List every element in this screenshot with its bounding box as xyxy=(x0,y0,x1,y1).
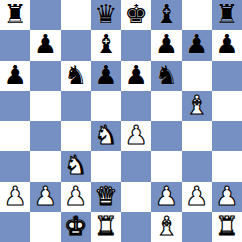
square-a5[interactable] xyxy=(0,91,30,121)
square-f3[interactable] xyxy=(151,151,181,181)
white-pawn-icon[interactable]: ♟ xyxy=(3,183,26,209)
square-b1[interactable] xyxy=(30,212,60,242)
white-bishop-icon[interactable]: ♝ xyxy=(155,213,178,239)
white-knight-icon[interactable]: ♞ xyxy=(64,152,87,178)
square-f1[interactable]: ♝ xyxy=(151,212,181,242)
square-f2[interactable]: ♟ xyxy=(151,182,181,212)
white-pawn-icon[interactable]: ♟ xyxy=(124,122,147,148)
square-a7[interactable] xyxy=(0,30,30,60)
black-knight-icon[interactable]: ♞ xyxy=(64,62,87,88)
square-g2[interactable]: ♟ xyxy=(182,182,212,212)
square-e2[interactable] xyxy=(121,182,151,212)
square-h3[interactable] xyxy=(212,151,242,181)
white-rook-icon[interactable]: ♜ xyxy=(215,213,238,239)
black-bishop-icon[interactable]: ♝ xyxy=(94,31,117,57)
black-pawn-icon[interactable]: ♟ xyxy=(3,62,26,88)
square-c2[interactable]: ♟ xyxy=(61,182,91,212)
square-e1[interactable] xyxy=(121,212,151,242)
square-b2[interactable]: ♟ xyxy=(30,182,60,212)
square-f8[interactable]: ♝ xyxy=(151,0,181,30)
square-c4[interactable] xyxy=(61,121,91,151)
square-h1[interactable]: ♜ xyxy=(212,212,242,242)
square-a4[interactable] xyxy=(0,121,30,151)
black-knight-icon[interactable]: ♞ xyxy=(155,62,178,88)
white-rook-icon[interactable]: ♜ xyxy=(94,213,117,239)
square-h4[interactable] xyxy=(212,121,242,151)
white-knight-icon[interactable]: ♞ xyxy=(94,122,117,148)
square-h8[interactable]: ♜ xyxy=(212,0,242,30)
square-d5[interactable] xyxy=(91,91,121,121)
square-g1[interactable] xyxy=(182,212,212,242)
square-c1[interactable]: ♚ xyxy=(61,212,91,242)
chess-board: ♜♛♚♝♜♟♝♟♟♟♟♞♟♟♞♝♞♟♞♟♟♟♛♟♟♟♚♜♝♜ xyxy=(0,0,242,242)
white-king-icon[interactable]: ♚ xyxy=(64,213,87,239)
square-c7[interactable] xyxy=(61,30,91,60)
square-d6[interactable]: ♟ xyxy=(91,61,121,91)
square-h5[interactable] xyxy=(212,91,242,121)
square-a3[interactable] xyxy=(0,151,30,181)
black-pawn-icon[interactable]: ♟ xyxy=(34,31,57,57)
square-d1[interactable]: ♜ xyxy=(91,212,121,242)
square-d7[interactable]: ♝ xyxy=(91,30,121,60)
square-a2[interactable]: ♟ xyxy=(0,182,30,212)
square-g3[interactable] xyxy=(182,151,212,181)
square-f6[interactable]: ♞ xyxy=(151,61,181,91)
square-a6[interactable]: ♟ xyxy=(0,61,30,91)
square-b6[interactable] xyxy=(30,61,60,91)
black-pawn-icon[interactable]: ♟ xyxy=(215,31,238,57)
square-b4[interactable] xyxy=(30,121,60,151)
square-g8[interactable] xyxy=(182,0,212,30)
square-b5[interactable] xyxy=(30,91,60,121)
square-g6[interactable] xyxy=(182,61,212,91)
white-pawn-icon[interactable]: ♟ xyxy=(215,183,238,209)
white-pawn-icon[interactable]: ♟ xyxy=(185,183,208,209)
square-h2[interactable]: ♟ xyxy=(212,182,242,212)
square-f7[interactable]: ♟ xyxy=(151,30,181,60)
black-king-icon[interactable]: ♚ xyxy=(124,1,147,27)
black-bishop-icon[interactable]: ♝ xyxy=(155,1,178,27)
black-rook-icon[interactable]: ♜ xyxy=(3,1,26,27)
square-b8[interactable] xyxy=(30,0,60,30)
square-h6[interactable] xyxy=(212,61,242,91)
square-d4[interactable]: ♞ xyxy=(91,121,121,151)
square-e4[interactable]: ♟ xyxy=(121,121,151,151)
square-e5[interactable] xyxy=(121,91,151,121)
square-d3[interactable] xyxy=(91,151,121,181)
square-h7[interactable]: ♟ xyxy=(212,30,242,60)
black-pawn-icon[interactable]: ♟ xyxy=(124,62,147,88)
black-pawn-icon[interactable]: ♟ xyxy=(155,31,178,57)
white-pawn-icon[interactable]: ♟ xyxy=(155,183,178,209)
square-c8[interactable] xyxy=(61,0,91,30)
square-g5[interactable]: ♝ xyxy=(182,91,212,121)
white-pawn-icon[interactable]: ♟ xyxy=(34,183,57,209)
square-a1[interactable] xyxy=(0,212,30,242)
black-rook-icon[interactable]: ♜ xyxy=(215,1,238,27)
square-d8[interactable]: ♛ xyxy=(91,0,121,30)
square-f4[interactable] xyxy=(151,121,181,151)
square-e3[interactable] xyxy=(121,151,151,181)
black-queen-icon[interactable]: ♛ xyxy=(94,1,117,27)
square-c3[interactable]: ♞ xyxy=(61,151,91,181)
square-b3[interactable] xyxy=(30,151,60,181)
square-f5[interactable] xyxy=(151,91,181,121)
white-queen-icon[interactable]: ♛ xyxy=(94,183,117,209)
black-pawn-icon[interactable]: ♟ xyxy=(185,31,208,57)
square-c6[interactable]: ♞ xyxy=(61,61,91,91)
white-pawn-icon[interactable]: ♟ xyxy=(64,183,87,209)
square-d2[interactable]: ♛ xyxy=(91,182,121,212)
square-b7[interactable]: ♟ xyxy=(30,30,60,60)
square-g7[interactable]: ♟ xyxy=(182,30,212,60)
square-c5[interactable] xyxy=(61,91,91,121)
white-bishop-icon[interactable]: ♝ xyxy=(185,92,208,118)
square-g4[interactable] xyxy=(182,121,212,151)
black-pawn-icon[interactable]: ♟ xyxy=(94,62,117,88)
square-a8[interactable]: ♜ xyxy=(0,0,30,30)
square-e8[interactable]: ♚ xyxy=(121,0,151,30)
square-e7[interactable] xyxy=(121,30,151,60)
square-e6[interactable]: ♟ xyxy=(121,61,151,91)
